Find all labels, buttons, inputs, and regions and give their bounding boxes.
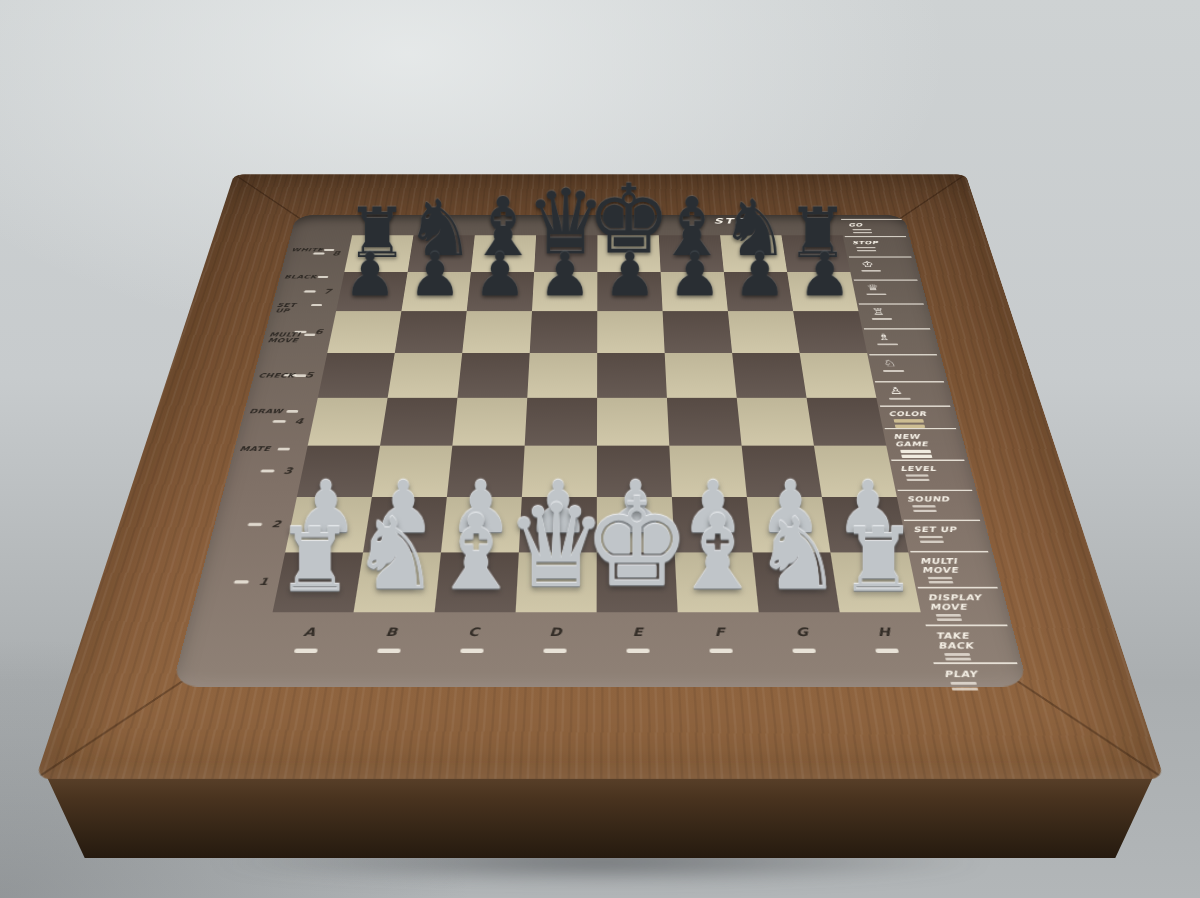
square-h2[interactable] bbox=[822, 497, 908, 552]
control-separator-line bbox=[918, 587, 998, 588]
square-b2[interactable] bbox=[363, 497, 447, 552]
rank-label-7: 7 bbox=[323, 288, 332, 295]
file-sensor-dash bbox=[626, 649, 649, 653]
control-button-take-back[interactable]: TAKE BACK bbox=[925, 632, 1022, 661]
control-separator-line bbox=[849, 256, 912, 257]
control-button-set-up[interactable]: SET UP bbox=[903, 526, 990, 543]
bishop-icon: ♗ bbox=[877, 333, 937, 342]
control-separator-line bbox=[897, 490, 972, 491]
button-mark bbox=[877, 343, 898, 345]
square-c2[interactable] bbox=[441, 497, 522, 552]
button-mark bbox=[906, 475, 929, 477]
button-mark bbox=[852, 229, 871, 230]
king-icon: ♔ bbox=[861, 261, 918, 269]
file-label-e: E bbox=[632, 626, 642, 638]
button-mark bbox=[901, 455, 932, 458]
piece-select-button-knight[interactable]: ♘ bbox=[868, 359, 945, 372]
file-label-b: B bbox=[385, 626, 398, 638]
status-label-mate: MATE bbox=[239, 446, 279, 453]
rank-label-8: 8 bbox=[332, 250, 341, 256]
button-mark bbox=[856, 247, 875, 249]
control-separator-line bbox=[841, 219, 902, 220]
control-separator-line bbox=[880, 405, 950, 406]
rank-label-4: 4 bbox=[294, 417, 304, 425]
rank-label-6: 6 bbox=[314, 328, 323, 335]
button-mark bbox=[920, 540, 944, 542]
knight-icon: ♘ bbox=[882, 359, 944, 368]
button-mark bbox=[866, 293, 886, 295]
file-sensor-dash bbox=[460, 649, 483, 653]
piece-select-button-king[interactable]: ♔ bbox=[848, 261, 919, 272]
square-b1[interactable] bbox=[354, 552, 441, 612]
square-a1[interactable] bbox=[273, 552, 364, 612]
piece-select-button-pawn[interactable]: ♙ bbox=[874, 386, 952, 399]
rank-label-2: 2 bbox=[271, 520, 282, 529]
status-label-draw: DRAW bbox=[248, 408, 287, 415]
control-label: SET UP bbox=[912, 526, 980, 534]
control-button-level[interactable]: LEVEL bbox=[890, 465, 974, 480]
button-mark bbox=[929, 581, 954, 583]
file-sensor-dash bbox=[875, 649, 899, 653]
status-label-black: BLACK bbox=[284, 274, 319, 280]
control-separator-line bbox=[885, 428, 957, 429]
button-mark bbox=[950, 682, 977, 685]
piece-select-button-bishop[interactable]: ♗ bbox=[863, 333, 938, 345]
square-d1[interactable] bbox=[516, 552, 597, 612]
status-label-multi-move: MULTI MOVE bbox=[267, 332, 305, 344]
control-label: PLAY bbox=[943, 670, 1018, 680]
piece-select-button-rook[interactable]: ♖ bbox=[858, 308, 932, 320]
chess-computer-board: STR 87654321 ABCDEFGH WHITEBLACKSET UPMU… bbox=[35, 174, 1164, 779]
button-mark bbox=[919, 536, 943, 538]
status-led bbox=[311, 304, 322, 306]
square-d2[interactable] bbox=[519, 497, 597, 552]
button-mark bbox=[857, 250, 876, 252]
file-sensor-dash bbox=[709, 649, 732, 653]
square-a2[interactable] bbox=[285, 497, 372, 552]
file-label-h: H bbox=[877, 626, 891, 638]
control-separator-line bbox=[859, 303, 924, 304]
control-label: DISPLAY MOVE bbox=[927, 594, 1001, 612]
status-led bbox=[286, 410, 298, 412]
board-front-edge bbox=[30, 770, 1170, 858]
control-label: STOP bbox=[851, 240, 905, 245]
control-separator-line bbox=[864, 328, 930, 329]
control-separator-line bbox=[891, 460, 964, 461]
control-separator-line bbox=[926, 624, 1008, 625]
file-label-g: G bbox=[795, 626, 809, 638]
queen-icon: ♕ bbox=[866, 284, 924, 292]
status-label-check: CHECK bbox=[258, 373, 296, 379]
control-separator-line bbox=[910, 551, 988, 552]
control-label: NEW GAME bbox=[893, 433, 958, 448]
rank-sensor-dash bbox=[273, 420, 286, 422]
button-mark bbox=[945, 658, 971, 661]
control-button-new-game[interactable]: NEW GAME bbox=[884, 433, 968, 458]
control-button-sound[interactable]: SOUND bbox=[897, 496, 982, 512]
button-mark bbox=[894, 419, 924, 422]
file-sensor-dash bbox=[294, 649, 318, 653]
control-separator-line bbox=[845, 236, 907, 237]
control-separator-line bbox=[869, 354, 937, 355]
rook-icon: ♖ bbox=[871, 308, 930, 316]
button-mark bbox=[900, 450, 931, 453]
control-label: TAKE BACK bbox=[935, 632, 1011, 651]
control-separator-line bbox=[875, 381, 944, 382]
button-mark bbox=[861, 270, 881, 272]
button-mark bbox=[936, 614, 961, 617]
square-h1[interactable] bbox=[830, 552, 920, 612]
square-e2[interactable] bbox=[597, 497, 675, 552]
square-c1[interactable] bbox=[435, 552, 519, 612]
rank-sensor-dash bbox=[234, 580, 249, 583]
square-g1[interactable] bbox=[753, 552, 840, 612]
control-button-color[interactable]: COLOR bbox=[879, 411, 960, 428]
control-label: MULTI MOVE bbox=[919, 557, 991, 574]
file-label-c: C bbox=[468, 626, 480, 638]
rank-sensor-dash bbox=[304, 290, 316, 292]
status-led bbox=[304, 334, 316, 336]
file-label-a: A bbox=[303, 626, 317, 638]
control-label: GO bbox=[848, 223, 902, 228]
rank-label-1: 1 bbox=[258, 577, 269, 587]
square-e1[interactable] bbox=[597, 552, 678, 612]
square-f1[interactable] bbox=[675, 552, 759, 612]
control-label: COLOR bbox=[888, 411, 951, 418]
control-separator-line bbox=[854, 280, 918, 281]
button-mark bbox=[937, 619, 962, 622]
pawn-icon: ♙ bbox=[888, 386, 951, 396]
status-label-set-up: SET UP bbox=[275, 302, 312, 314]
status-led bbox=[324, 249, 335, 251]
status-led bbox=[295, 374, 307, 376]
status-led bbox=[318, 276, 329, 278]
control-button-stop[interactable]: STOP bbox=[844, 240, 914, 251]
status-label-white: WHITE bbox=[291, 247, 325, 252]
file-label-f: F bbox=[714, 626, 725, 638]
square-g2[interactable] bbox=[747, 497, 831, 552]
file-sensor-dash bbox=[792, 649, 816, 653]
control-separator-line bbox=[933, 662, 1017, 663]
control-button-multi-move[interactable]: MULTI MOVE bbox=[909, 557, 1001, 583]
button-mark bbox=[883, 370, 904, 372]
file-sensor-dash bbox=[377, 649, 401, 653]
piece-select-button-queen[interactable]: ♕ bbox=[853, 284, 925, 295]
button-mark bbox=[889, 397, 911, 399]
button-mark bbox=[944, 653, 970, 656]
rank-sensor-dash bbox=[313, 253, 325, 255]
button-mark bbox=[895, 424, 925, 427]
button-mark bbox=[928, 577, 953, 579]
control-button-display-move[interactable]: DISPLAY MOVE bbox=[917, 594, 1011, 622]
file-label-d: D bbox=[549, 626, 562, 638]
button-mark bbox=[872, 318, 892, 320]
photo-background: STR 87654321 ABCDEFGH WHITEBLACKSET UPMU… bbox=[0, 0, 1200, 898]
file-sensor-dash bbox=[543, 649, 566, 653]
control-button-go[interactable]: GO bbox=[840, 223, 909, 234]
status-led bbox=[278, 448, 291, 450]
button-mark bbox=[853, 232, 872, 233]
square-f2[interactable] bbox=[672, 497, 753, 552]
